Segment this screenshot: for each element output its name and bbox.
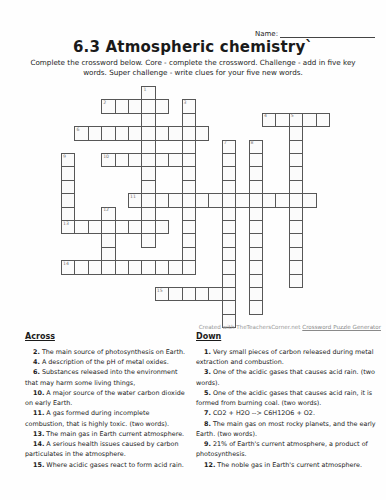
grid-cell-r8c12[interactable] <box>222 193 236 207</box>
grid-cell-r9c3[interactable]: 12 <box>101 207 115 221</box>
grid-cell-r6c12[interactable] <box>222 166 236 180</box>
grid-cell-r6c9[interactable] <box>182 166 196 180</box>
grid-cell-r7c14[interactable] <box>249 180 263 194</box>
grid-cell-r4c12[interactable]: 7 <box>222 140 236 154</box>
grid-cell-r7c6[interactable] <box>141 180 155 194</box>
grid-cell-r8c8[interactable] <box>168 193 182 207</box>
grid-cell-r14c14[interactable] <box>249 274 263 288</box>
grid-cell-r2c6[interactable] <box>141 113 155 127</box>
grid-cell-r13c9[interactable] <box>182 260 196 274</box>
grid-cell-r3c17[interactable] <box>289 126 303 140</box>
grid-cell-r3c4[interactable] <box>115 126 129 140</box>
grid-cell-r6c17[interactable] <box>289 166 303 180</box>
grid-cell-r5c12[interactable] <box>222 153 236 167</box>
grid-cell-r15c11[interactable] <box>208 287 222 301</box>
clue-number: 10 <box>103 155 109 160</box>
grid-cell-r5c6[interactable] <box>141 153 155 167</box>
grid-cell-r7c12[interactable] <box>222 180 236 194</box>
clue-number: 15 <box>157 289 163 294</box>
clue-item-down-5: 5. One of the acidic gases that causes a… <box>196 388 382 409</box>
grid-cell-r8c14[interactable] <box>249 193 263 207</box>
grid-cell-r5c7[interactable] <box>155 153 169 167</box>
grid-cell-r13c17[interactable] <box>289 260 303 274</box>
clue-number: 3 <box>184 101 187 106</box>
grid-cell-r5c3[interactable]: 10 <box>101 153 115 167</box>
clue-number: 6 <box>76 128 79 133</box>
clue-item-down-7: 7. CO2 + H2O --> C6H12O6 + O2. <box>196 408 382 418</box>
grid-cell-r9c12[interactable] <box>222 207 236 221</box>
grid-cell-r13c14[interactable] <box>249 260 263 274</box>
clue-item-across-13: 13. The main gas in Earth current atmosp… <box>25 429 188 439</box>
grid-cell-r15c8[interactable] <box>168 287 182 301</box>
grid-cell-r8c0[interactable] <box>61 193 75 207</box>
grid-cell-r2c9[interactable] <box>182 113 196 127</box>
clue-number: 1 <box>143 88 146 93</box>
name-row: Name: <box>255 30 375 38</box>
grid-cell-r9c0[interactable] <box>61 207 75 221</box>
grid-cell-r9c17[interactable] <box>289 207 303 221</box>
grid-cell-r10c4[interactable] <box>115 220 129 234</box>
grid-cell-r16c14[interactable] <box>249 300 263 314</box>
grid-cell-r12c14[interactable] <box>249 247 263 261</box>
grid-cell-r9c9[interactable] <box>182 207 196 221</box>
across-clue-list: 2. The main source of photosynthesis on … <box>25 347 188 470</box>
grid-cell-r5c14[interactable] <box>249 153 263 167</box>
grid-cell-r3c7[interactable] <box>155 126 169 140</box>
grid-cell-r4c17[interactable] <box>289 140 303 154</box>
grid-cell-r7c9[interactable] <box>182 180 196 194</box>
grid-cell-r5c9[interactable] <box>182 153 196 167</box>
clue-item-across-15: 15. Where acidic gases react to form aci… <box>25 460 188 470</box>
grid-cell-r8c9[interactable] <box>182 193 196 207</box>
clue-number: 5 <box>291 114 294 119</box>
grid-cell-r9c6[interactable] <box>141 207 155 221</box>
grid-cell-r13c0[interactable]: 14 <box>61 260 75 274</box>
grid-cell-r3c2[interactable] <box>88 126 102 140</box>
grid-cell-r15c14[interactable] <box>249 287 263 301</box>
across-clues-section: Across 2. The main source of photosynthe… <box>25 331 188 470</box>
grid-cell-r8c10[interactable] <box>195 193 209 207</box>
clue-number: 12 <box>103 208 109 213</box>
grid-cell-r2c18[interactable] <box>302 113 316 127</box>
grid-cell-r3c3[interactable] <box>101 126 115 140</box>
grid-cell-r8c16[interactable] <box>275 193 289 207</box>
grid-cell-r1c7[interactable] <box>155 99 169 113</box>
grid-cell-r13c12[interactable] <box>222 260 236 274</box>
grid-cell-r11c12[interactable] <box>222 233 236 247</box>
grid-cell-r13c4[interactable] <box>115 260 129 274</box>
grid-cell-r11c14[interactable] <box>249 233 263 247</box>
grid-cell-r13c8[interactable] <box>168 260 182 274</box>
grid-cell-r15c12[interactable] <box>222 287 236 301</box>
grid-cell-r4c9[interactable] <box>182 140 196 154</box>
grid-cell-r10c1[interactable] <box>74 220 88 234</box>
grid-cell-r3c9[interactable] <box>182 126 196 140</box>
grid-cell-r13c2[interactable] <box>88 260 102 274</box>
clue-number: 14 <box>63 262 69 267</box>
instructions-text: Complete the crossword below. Core - com… <box>23 58 363 78</box>
name-label: Name: <box>255 30 278 38</box>
grid-cell-r11c17[interactable] <box>289 233 303 247</box>
generator-credit: Created with TheTeachersCorner.net Cross… <box>199 324 381 330</box>
grid-cell-r8c11[interactable] <box>208 193 222 207</box>
down-clue-list: 1. Very small pieces of carbon released … <box>196 347 382 470</box>
grid-cell-r10c6[interactable] <box>141 220 155 234</box>
clue-item-across-10: 10. A major source of the water carbon d… <box>25 388 188 409</box>
grid-cell-r8c18[interactable] <box>302 193 316 207</box>
grid-cell-r13c6[interactable] <box>141 260 155 274</box>
grid-cell-r6c6[interactable] <box>141 166 155 180</box>
worksheet-page: Name: 6.3 Atmospheric chemistry` Complet… <box>0 0 386 500</box>
grid-cell-r10c5[interactable] <box>128 220 142 234</box>
grid-cell-r10c7[interactable] <box>155 220 169 234</box>
grid-cell-r3c10[interactable] <box>195 126 209 140</box>
grid-cell-r8c5[interactable]: 11 <box>128 193 142 207</box>
grid-cell-r13c5[interactable] <box>128 260 142 274</box>
grid-cell-r0c6[interactable]: 1 <box>141 86 155 100</box>
grid-cell-r10c2[interactable] <box>88 220 102 234</box>
grid-cell-r15c10[interactable] <box>195 287 209 301</box>
grid-cell-r2c16[interactable] <box>275 113 289 127</box>
clue-item-down-8: 8. The main gas on most rocky planets, a… <box>196 419 382 440</box>
clue-number: 13 <box>63 222 69 227</box>
down-clues-section: Down 1. Very small pieces of carbon rele… <box>196 331 382 470</box>
generator-link[interactable]: Crossword Puzzle Generator <box>302 324 381 330</box>
across-heading: Across <box>25 331 188 344</box>
grid-cell-r14c12[interactable] <box>222 274 236 288</box>
clue-number: 4 <box>264 114 267 119</box>
grid-cell-r15c9[interactable] <box>182 287 196 301</box>
grid-cell-r2c19[interactable] <box>316 113 330 127</box>
clue-item-down-3: 3. One of the acidic gases that causes a… <box>196 367 382 388</box>
grid-cell-r3c8[interactable] <box>168 126 182 140</box>
page-title: 6.3 Atmospheric chemistry` <box>0 38 386 56</box>
grid-cell-r3c6[interactable] <box>141 126 155 140</box>
grid-cell-r13c7[interactable] <box>155 260 169 274</box>
grid-cell-r10c14[interactable] <box>249 220 263 234</box>
grid-cell-r10c0[interactable]: 13 <box>61 220 75 234</box>
grid-cell-r5c8[interactable] <box>168 153 182 167</box>
clue-number: 2 <box>103 101 106 106</box>
clue-item-down-12: 12. The noble gas in Earth's current atm… <box>196 460 382 470</box>
grid-cell-r8c6[interactable] <box>141 193 155 207</box>
grid-cell-r14c17[interactable] <box>289 274 303 288</box>
clue-item-across-4: 4. A description of the pH of metal oxid… <box>25 357 188 367</box>
grid-cell-r13c1[interactable] <box>74 260 88 274</box>
grid-cell-r6c0[interactable] <box>61 166 75 180</box>
grid-cell-r8c17[interactable] <box>289 193 303 207</box>
grid-cell-r1c9[interactable]: 3 <box>182 99 196 113</box>
grid-cell-r7c0[interactable] <box>61 180 75 194</box>
grid-cell-r11c6[interactable] <box>141 233 155 247</box>
grid-cell-r1c3[interactable]: 2 <box>101 99 115 113</box>
grid-cell-r2c15[interactable]: 4 <box>262 113 276 127</box>
name-blank-line[interactable] <box>280 30 375 38</box>
grid-cell-r12c3[interactable] <box>101 247 115 261</box>
grid-cell-r11c3[interactable] <box>101 233 115 247</box>
grid-cell-r9c14[interactable] <box>249 207 263 221</box>
grid-cell-r11c9[interactable] <box>182 233 196 247</box>
grid-cell-r1c6[interactable] <box>141 99 155 113</box>
grid-cell-r2c17[interactable]: 5 <box>289 113 303 127</box>
grid-cell-r8c15[interactable] <box>262 193 276 207</box>
clue-item-across-6: 6. Substances released into the environm… <box>25 367 188 388</box>
grid-cell-r8c13[interactable] <box>235 193 249 207</box>
grid-cell-r10c17[interactable] <box>289 220 303 234</box>
grid-cell-r8c7[interactable] <box>155 193 169 207</box>
clue-number: 11 <box>130 195 136 200</box>
clue-item-across-2: 2. The main source of photosynthesis on … <box>25 347 188 357</box>
crossword-grid: 123456789131011121415 <box>61 86 331 329</box>
grid-cell-r12c17[interactable] <box>289 247 303 261</box>
grid-cell-r10c9[interactable] <box>182 220 196 234</box>
clue-number: 9 <box>63 155 66 160</box>
down-heading: Down <box>196 331 382 344</box>
grid-cell-r12c12[interactable] <box>222 247 236 261</box>
credit-text: Created with TheTeachersCorner.net <box>199 324 301 330</box>
grid-cell-r5c17[interactable] <box>289 153 303 167</box>
clue-item-across-11: 11. A gas formed during incomplete combu… <box>25 408 188 429</box>
grid-cell-r3c1[interactable]: 6 <box>74 126 88 140</box>
clue-item-down-1: 1. Very small pieces of carbon released … <box>196 347 382 368</box>
grid-cell-r10c12[interactable] <box>222 220 236 234</box>
clue-item-across-14: 14. A serious health issues caused by ca… <box>25 439 188 460</box>
clue-number: 7 <box>224 141 227 146</box>
grid-cell-r5c5[interactable] <box>128 153 142 167</box>
grid-cell-r16c12[interactable] <box>222 300 236 314</box>
grid-cell-r3c5[interactable] <box>128 126 142 140</box>
grid-cell-r7c17[interactable] <box>289 180 303 194</box>
clue-number: 8 <box>251 141 254 146</box>
grid-cell-r5c0[interactable]: 9 <box>61 153 75 167</box>
grid-cell-r1c5[interactable] <box>128 99 142 113</box>
grid-cell-r12c9[interactable] <box>182 247 196 261</box>
grid-cell-r10c3[interactable] <box>101 220 115 234</box>
grid-cell-r13c3[interactable] <box>101 260 115 274</box>
grid-cell-r15c7[interactable]: 15 <box>155 287 169 301</box>
grid-cell-r4c14[interactable]: 8 <box>249 140 263 154</box>
grid-cell-r4c6[interactable] <box>141 140 155 154</box>
clue-item-down-9: 9. 21% of Earth's current atmosphere, a … <box>196 439 382 460</box>
grid-cell-r6c14[interactable] <box>249 166 263 180</box>
grid-cell-r5c4[interactable] <box>115 153 129 167</box>
grid-cell-r1c4[interactable] <box>115 99 129 113</box>
